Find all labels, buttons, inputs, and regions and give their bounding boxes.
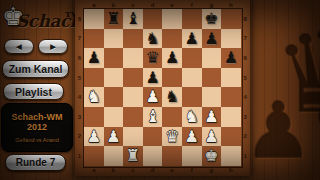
square-c7[interactable]	[123, 29, 143, 49]
event-title-line1: Schach-WM	[11, 112, 62, 122]
piece-white-pawn[interactable]: ♟	[143, 87, 163, 107]
prev-button[interactable]: ◀	[4, 39, 34, 54]
square-a7[interactable]	[84, 29, 104, 49]
rank-label-left-1: 1	[75, 146, 84, 166]
event-title-line2: 2012	[27, 122, 47, 132]
piece-white-queen[interactable]: ♛	[162, 127, 182, 147]
file-label-top-e: e	[162, 0, 182, 9]
piece-black-pawn[interactable]: ♟	[202, 29, 222, 49]
square-b4[interactable]	[104, 87, 124, 107]
piece-white-knight[interactable]: ♞	[84, 87, 104, 107]
piece-white-pawn[interactable]: ♟	[182, 127, 202, 147]
carved-wood-panel: ♟ ♛ ♚	[250, 0, 320, 180]
square-f6[interactable]	[182, 48, 202, 68]
square-e7[interactable]	[162, 29, 182, 49]
rank-label-right-4: 4	[241, 87, 250, 107]
square-a4[interactable]: ♞	[84, 87, 104, 107]
file-label-top-a: a	[84, 0, 104, 9]
square-c4[interactable]	[123, 87, 143, 107]
piece-black-pawn[interactable]: ♟	[221, 48, 241, 68]
prev-arrow-icon: ◀	[16, 43, 21, 51]
file-label-top-h: h	[221, 0, 241, 9]
square-e5[interactable]	[162, 68, 182, 88]
rank-label-left-4: 4	[75, 87, 84, 107]
square-a8[interactable]	[84, 9, 104, 29]
rank-label-left-8: 8	[75, 9, 84, 29]
square-b3[interactable]	[104, 107, 124, 127]
rank-label-right-8: 8	[241, 9, 250, 29]
rank-label-right-2: 2	[241, 127, 250, 147]
square-b8[interactable]: ♜	[104, 9, 124, 29]
square-b7[interactable]	[104, 29, 124, 49]
square-h6[interactable]: ♟	[221, 48, 241, 68]
square-g3[interactable]: ♟	[202, 107, 222, 127]
piece-white-knight[interactable]: ♞	[182, 107, 202, 127]
rank-label-right-3: 3	[241, 107, 250, 127]
square-g1[interactable]: ♚	[202, 146, 222, 166]
square-e2[interactable]: ♛	[162, 127, 182, 147]
square-h7[interactable]	[221, 29, 241, 49]
piece-black-knight[interactable]: ♞	[162, 87, 182, 107]
piece-black-pawn[interactable]: ♟	[84, 48, 104, 68]
file-label-top-d: d	[143, 0, 163, 9]
square-g8[interactable]: ♚	[202, 9, 222, 29]
file-label-top-c: c	[123, 0, 143, 9]
square-c8[interactable]: ♝	[123, 9, 143, 29]
square-d5[interactable]: ♟	[143, 68, 163, 88]
square-e3[interactable]	[162, 107, 182, 127]
rank-label-right-5: 5	[241, 68, 250, 88]
square-a6[interactable]: ♟	[84, 48, 104, 68]
square-f2[interactable]: ♟	[182, 127, 202, 147]
square-h1[interactable]	[221, 146, 241, 166]
square-g4[interactable]	[202, 87, 222, 107]
file-label-top-g: g	[202, 0, 222, 9]
piece-white-pawn[interactable]: ♟	[202, 127, 222, 147]
square-d4[interactable]: ♟	[143, 87, 163, 107]
rank-label-right-1: 1	[241, 146, 250, 166]
rank-label-left-6: 6	[75, 48, 84, 68]
square-a1[interactable]	[84, 146, 104, 166]
schachtv-app: ♚ Schach TV ◀ ▶ Zum Kanal Playlist Schac…	[0, 0, 320, 180]
piece-white-rook[interactable]: ♜	[123, 146, 143, 166]
square-d3[interactable]: ♝	[143, 107, 163, 127]
square-f5[interactable]	[182, 68, 202, 88]
file-label-bottom-a: a	[84, 166, 104, 175]
piece-black-king[interactable]: ♚	[202, 9, 222, 29]
file-label-bottom-g: g	[202, 166, 222, 175]
file-label-bottom-c: c	[123, 166, 143, 175]
square-e1[interactable]	[162, 146, 182, 166]
piece-white-bishop[interactable]: ♝	[143, 107, 163, 127]
rank-label-left-2: 2	[75, 127, 84, 147]
piece-black-rook[interactable]: ♜	[104, 9, 124, 29]
rank-label-left-5: 5	[75, 68, 84, 88]
square-c1[interactable]: ♜	[123, 146, 143, 166]
square-b5[interactable]	[104, 68, 124, 88]
piece-white-pawn[interactable]: ♟	[104, 127, 124, 147]
rank-label-left-7: 7	[75, 29, 84, 49]
file-label-bottom-f: f	[182, 166, 202, 175]
square-c5[interactable]	[123, 68, 143, 88]
square-e4[interactable]: ♞	[162, 87, 182, 107]
file-label-bottom-e: e	[162, 166, 182, 175]
event-info-panel: Schach-WM 2012 Gelfand vs Anand	[1, 103, 73, 152]
next-button[interactable]: ▶	[38, 39, 68, 54]
file-label-top-b: b	[104, 0, 124, 9]
runde-button[interactable]: Runde 7	[5, 154, 66, 171]
square-a5[interactable]	[84, 68, 104, 88]
square-f1[interactable]	[182, 146, 202, 166]
square-d7[interactable]: ♞	[143, 29, 163, 49]
piece-white-king[interactable]: ♚	[202, 146, 222, 166]
piece-black-bishop[interactable]: ♝	[123, 9, 143, 29]
zum-kanal-button[interactable]: Zum Kanal	[2, 60, 69, 78]
square-f3[interactable]: ♞	[182, 107, 202, 127]
square-g7[interactable]: ♟	[202, 29, 222, 49]
square-g2[interactable]: ♟	[202, 127, 222, 147]
file-label-bottom-d: d	[143, 166, 163, 175]
square-b1[interactable]	[104, 146, 124, 166]
square-g5[interactable]	[202, 68, 222, 88]
piece-black-pawn[interactable]: ♟	[162, 48, 182, 68]
piece-white-pawn[interactable]: ♟	[84, 127, 104, 147]
piece-black-knight[interactable]: ♞	[143, 29, 163, 49]
piece-white-pawn[interactable]: ♟	[202, 107, 222, 127]
square-h4[interactable]	[221, 87, 241, 107]
file-label-bottom-h: h	[221, 166, 241, 175]
chess-board: aabbccddeeffgghh8877665544332211♜♝♚♞♟♟♟♛…	[75, 0, 250, 176]
square-b6[interactable]	[104, 48, 124, 68]
square-e8[interactable]	[162, 9, 182, 29]
square-a2[interactable]: ♟	[84, 127, 104, 147]
playlist-button[interactable]: Playlist	[3, 83, 64, 100]
piece-black-pawn[interactable]: ♟	[182, 29, 202, 49]
square-c3[interactable]	[123, 107, 143, 127]
square-f8[interactable]	[182, 9, 202, 29]
square-d1[interactable]	[143, 146, 163, 166]
rank-label-left-3: 3	[75, 107, 84, 127]
square-d2[interactable]	[143, 127, 163, 147]
square-a3[interactable]	[84, 107, 104, 127]
square-h8[interactable]	[221, 9, 241, 29]
square-e6[interactable]: ♟	[162, 48, 182, 68]
next-arrow-icon: ▶	[50, 43, 55, 51]
square-g6[interactable]	[202, 48, 222, 68]
event-players: Gelfand vs Anand	[15, 137, 58, 143]
square-h5[interactable]	[221, 68, 241, 88]
carved-king-icon: ♚	[310, 64, 320, 176]
square-c6[interactable]	[123, 48, 143, 68]
square-h3[interactable]	[221, 107, 241, 127]
piece-black-pawn[interactable]: ♟	[143, 68, 163, 88]
rank-label-right-6: 6	[241, 48, 250, 68]
file-label-bottom-b: b	[104, 166, 124, 175]
rank-label-right-7: 7	[241, 29, 250, 49]
square-c2[interactable]	[123, 127, 143, 147]
square-h2[interactable]	[221, 127, 241, 147]
square-f4[interactable]	[182, 87, 202, 107]
square-f7[interactable]: ♟	[182, 29, 202, 49]
piece-black-queen[interactable]: ♛	[143, 48, 163, 68]
square-b2[interactable]: ♟	[104, 127, 124, 147]
square-d6[interactable]: ♛	[143, 48, 163, 68]
square-d8[interactable]	[143, 9, 163, 29]
file-label-top-f: f	[182, 0, 202, 9]
schachtv-logo: ♚ Schach TV	[2, 5, 74, 37]
